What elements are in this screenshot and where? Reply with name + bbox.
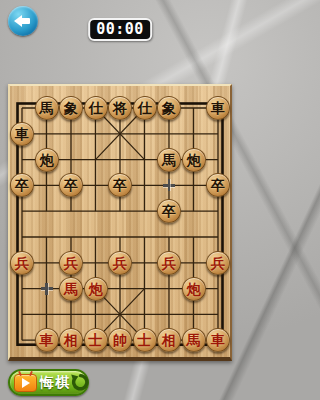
piece-red-advisor[interactable]: 士 (133, 328, 157, 352)
video-ad-icon (14, 374, 37, 392)
piece-black-advisor[interactable]: 仕 (133, 96, 157, 120)
piece-red-horse[interactable]: 馬 (59, 277, 83, 301)
piece-black-horse[interactable]: 馬 (35, 96, 59, 120)
piece-black-chariot[interactable]: 車 (10, 122, 34, 146)
piece-red-soldier[interactable]: 兵 (206, 251, 230, 275)
piece-black-advisor[interactable]: 仕 (84, 96, 108, 120)
play-icon (22, 378, 30, 388)
back-arrow-icon (14, 16, 32, 26)
piece-red-cannon[interactable]: 炮 (182, 277, 206, 301)
xiangqi-board[interactable]: 馬象仕将仕象車車炮馬炮卒卒卒卒卒兵兵兵兵兵馬炮炮車相士帥士相馬車 (8, 84, 232, 361)
piece-black-cannon[interactable]: 炮 (182, 148, 206, 172)
timer-display: 00:00 (88, 18, 152, 41)
piece-black-chariot[interactable]: 車 (206, 96, 230, 120)
piece-red-soldier[interactable]: 兵 (157, 251, 181, 275)
piece-red-chariot[interactable]: 車 (35, 328, 59, 352)
piece-black-general[interactable]: 将 (108, 96, 132, 120)
piece-red-chariot[interactable]: 車 (206, 328, 230, 352)
back-button[interactable] (8, 6, 38, 36)
undo-arrow-icon (70, 373, 89, 392)
piece-black-elephant[interactable]: 象 (157, 96, 181, 120)
point-marker (163, 179, 175, 191)
point-marker (41, 283, 53, 295)
piece-red-horse[interactable]: 馬 (182, 328, 206, 352)
piece-red-soldier[interactable]: 兵 (10, 251, 34, 275)
app-screen: { "game": "xiangqi", "header": { "timer"… (0, 0, 240, 400)
grid-lines (10, 86, 230, 357)
piece-red-elephant[interactable]: 相 (59, 328, 83, 352)
piece-black-horse[interactable]: 馬 (157, 148, 181, 172)
piece-black-elephant[interactable]: 象 (59, 96, 83, 120)
piece-red-cannon[interactable]: 炮 (84, 277, 108, 301)
piece-black-cannon[interactable]: 炮 (35, 148, 59, 172)
piece-red-elephant[interactable]: 相 (157, 328, 181, 352)
piece-red-soldier[interactable]: 兵 (108, 251, 132, 275)
piece-black-soldier[interactable]: 卒 (157, 199, 181, 223)
undo-button-label: 悔棋 (40, 374, 70, 392)
piece-red-soldier[interactable]: 兵 (59, 251, 83, 275)
piece-red-general[interactable]: 帥 (108, 328, 132, 352)
undo-move-button[interactable]: 悔棋 (8, 369, 89, 396)
piece-red-advisor[interactable]: 士 (84, 328, 108, 352)
board-grid: 馬象仕将仕象車車炮馬炮卒卒卒卒卒兵兵兵兵兵馬炮炮車相士帥士相馬車 (10, 86, 230, 357)
